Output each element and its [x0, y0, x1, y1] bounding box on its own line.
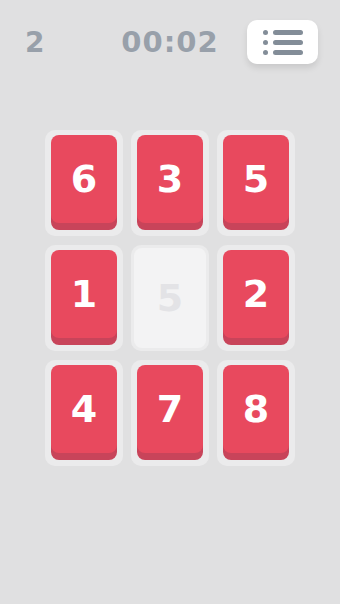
- tile-slot: 7: [131, 360, 209, 466]
- tile-3[interactable]: 3: [137, 135, 203, 223]
- move-counter: 2: [25, 26, 44, 59]
- tile-slot: 3: [131, 130, 209, 236]
- tile-5[interactable]: 5: [223, 135, 289, 223]
- tile-4[interactable]: 4: [51, 365, 117, 453]
- tile-7[interactable]: 7: [137, 365, 203, 453]
- tile-1[interactable]: 1: [51, 250, 117, 338]
- tile-slot: 1: [45, 245, 123, 351]
- tile-2[interactable]: 2: [223, 250, 289, 338]
- timer: 00:02: [121, 25, 218, 59]
- app-screen: 2 00:02 635152478: [0, 0, 340, 604]
- tile-slot: 6: [45, 130, 123, 236]
- tile-8[interactable]: 8: [223, 365, 289, 453]
- header: 2 00:02: [0, 20, 340, 64]
- empty-tile-ghost: 5: [134, 248, 206, 348]
- tile-slot: 5: [217, 130, 295, 236]
- tile-slot: 4: [45, 360, 123, 466]
- empty-slot: 5: [131, 245, 209, 351]
- tile-6[interactable]: 6: [51, 135, 117, 223]
- list-menu-icon: [263, 30, 303, 55]
- menu-button[interactable]: [247, 20, 318, 64]
- tile-slot: 8: [217, 360, 295, 466]
- puzzle-board: 635152478: [45, 130, 295, 466]
- tile-slot: 2: [217, 245, 295, 351]
